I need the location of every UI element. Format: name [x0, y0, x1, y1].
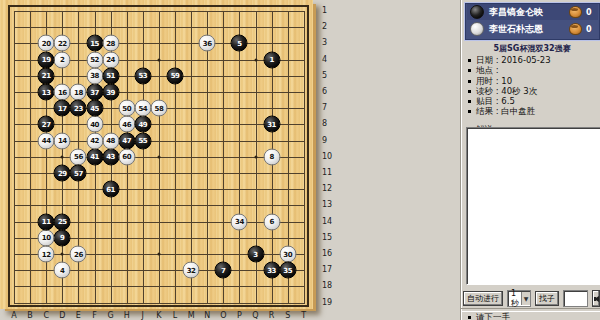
- stone-black-1: 1: [263, 51, 280, 68]
- stone-black-27: 27: [38, 116, 55, 133]
- star-point: [254, 58, 257, 61]
- stone-black-31: 31: [263, 116, 280, 133]
- black-bowl-icon: [569, 6, 582, 18]
- row-label: 13: [322, 201, 332, 209]
- stone-white-48: 48: [102, 132, 119, 149]
- row-label: 10: [322, 153, 332, 161]
- speed-select[interactable]: 1秒 ▼: [507, 290, 531, 307]
- row-label: 5: [322, 72, 327, 80]
- stone-black-55: 55: [134, 132, 151, 149]
- stone-black-3: 3: [247, 246, 264, 263]
- stone-white-38: 38: [86, 67, 103, 84]
- grid-line-h: [14, 189, 305, 190]
- stone-white-50: 50: [118, 100, 135, 117]
- stone-white-22: 22: [54, 35, 71, 52]
- status-bullet: [468, 316, 471, 319]
- stone-black-59: 59: [167, 67, 184, 84]
- stone-black-43: 43: [102, 148, 119, 165]
- white-stone-icon: [470, 22, 484, 36]
- column-label: F: [92, 312, 97, 320]
- info-row-地点: 地点 :: [466, 65, 600, 75]
- stone-white-14: 14: [54, 132, 71, 149]
- column-label: B: [27, 312, 33, 320]
- stone-white-16: 16: [54, 84, 71, 101]
- stone-black-61: 61: [102, 181, 119, 198]
- stone-black-7: 7: [215, 262, 232, 279]
- auto-play-button[interactable]: 自动进行: [463, 291, 503, 306]
- column-label: L: [173, 312, 177, 320]
- star-point: [254, 155, 257, 158]
- info-row-读秒: 读秒 : 40秒 3次: [466, 86, 600, 96]
- stone-black-17: 17: [54, 100, 71, 117]
- event-title: 5届SG杯混双32强赛: [464, 43, 600, 54]
- white-player-name: 李世石朴志恩: [489, 23, 569, 36]
- stone-black-21: 21: [38, 67, 55, 84]
- stone-white-8: 8: [263, 148, 280, 165]
- stone-black-9: 9: [54, 229, 71, 246]
- speed-value: 1秒: [511, 289, 521, 309]
- row-label: 16: [322, 250, 332, 258]
- black-stone-icon: [470, 5, 484, 19]
- info-row-日期: 日期 : 2016-05-23: [466, 55, 600, 65]
- grid-line-v: [207, 11, 208, 304]
- game-info-list: 日期 : 2016-05-23地点 : 用时 : 10读秒 : 40秒 3次贴目…: [466, 55, 600, 134]
- row-label: 1: [322, 7, 327, 15]
- stone-black-53: 53: [134, 67, 151, 84]
- stone-white-12: 12: [38, 246, 55, 263]
- white-bowl-icon: [569, 23, 582, 35]
- stone-black-25: 25: [54, 213, 71, 230]
- stone-white-40: 40: [86, 116, 103, 133]
- stone-black-19: 19: [38, 51, 55, 68]
- grid-line-v: [304, 11, 305, 304]
- status-text: 请下一手: [476, 312, 510, 320]
- sound-button[interactable]: [592, 290, 600, 307]
- stone-white-54: 54: [134, 100, 151, 117]
- grid-line-v: [191, 11, 192, 304]
- player-row-white: 李世石朴志恩 0: [467, 21, 598, 37]
- stone-black-11: 11: [38, 213, 55, 230]
- players-header: 李昌镐金仑映 0 李世石朴志恩 0: [464, 2, 600, 41]
- stone-white-44: 44: [38, 132, 55, 149]
- stone-white-52: 52: [86, 51, 103, 68]
- column-label: E: [76, 312, 81, 320]
- commentary-box[interactable]: [466, 127, 600, 285]
- panel-divider-highlight: [461, 0, 462, 320]
- find-stone-button[interactable]: 找子: [535, 291, 559, 306]
- chevron-down-icon[interactable]: ▼: [521, 292, 530, 305]
- star-point: [157, 58, 160, 61]
- row-label: 2: [322, 23, 327, 31]
- star-point: [157, 253, 160, 256]
- star-point: [61, 253, 64, 256]
- stone-black-33: 33: [263, 262, 280, 279]
- column-label: T: [301, 312, 306, 320]
- grid-line-h: [14, 303, 305, 304]
- column-label: A: [11, 312, 16, 320]
- row-label: 6: [322, 88, 327, 96]
- column-label: S: [285, 312, 290, 320]
- stone-white-10: 10: [38, 229, 55, 246]
- stone-white-2: 2: [54, 51, 71, 68]
- stone-black-51: 51: [102, 67, 119, 84]
- star-point: [61, 155, 64, 158]
- status-line: 请下一手: [466, 312, 600, 320]
- stone-black-45: 45: [86, 100, 103, 117]
- stone-white-56: 56: [70, 148, 87, 165]
- stone-white-28: 28: [102, 35, 119, 52]
- stone-white-36: 36: [199, 35, 216, 52]
- stone-white-32: 32: [183, 262, 200, 279]
- row-label: 11: [322, 169, 332, 177]
- speaker-icon: [594, 296, 599, 302]
- row-label: 19: [322, 299, 332, 307]
- column-label: H: [124, 312, 130, 320]
- stone-white-60: 60: [118, 148, 135, 165]
- grid-line-h: [14, 286, 305, 287]
- row-label: 14: [322, 218, 332, 226]
- grid-line-h: [14, 205, 305, 206]
- grid-line-v: [175, 11, 176, 304]
- column-label: C: [43, 312, 49, 320]
- stone-black-5: 5: [231, 35, 248, 52]
- info-bullet: [468, 59, 471, 62]
- stone-black-13: 13: [38, 84, 55, 101]
- star-point: [157, 155, 160, 158]
- grid-line-v: [223, 11, 224, 304]
- info-bullet: [468, 69, 471, 72]
- row-label: 9: [322, 137, 327, 145]
- row-label: 18: [322, 282, 332, 290]
- row-label: 15: [322, 234, 332, 242]
- stone-white-30: 30: [279, 246, 296, 263]
- stone-white-4: 4: [54, 262, 71, 279]
- black-player-name: 李昌镐金仑映: [489, 6, 569, 19]
- info-bullet: [468, 80, 471, 83]
- stone-black-29: 29: [54, 165, 71, 182]
- stone-white-42: 42: [86, 132, 103, 149]
- stone-black-37: 37: [86, 84, 103, 101]
- stone-black-41: 41: [86, 148, 103, 165]
- stone-black-47: 47: [118, 132, 135, 149]
- info-row-结果: 结果 : 白中盘胜: [466, 106, 600, 116]
- info-bullet: [468, 100, 471, 103]
- column-label: J: [142, 312, 144, 320]
- playback-controls: 自动进行 1秒 ▼ 找子: [463, 290, 600, 307]
- row-label: 12: [322, 185, 332, 193]
- stone-white-26: 26: [70, 246, 87, 263]
- row-label: 3: [322, 39, 327, 47]
- column-label: O: [220, 312, 226, 320]
- column-label: N: [204, 312, 210, 320]
- stone-white-6: 6: [263, 213, 280, 230]
- stone-black-35: 35: [279, 262, 296, 279]
- info-bullet: [468, 110, 471, 113]
- column-label: D: [59, 312, 65, 320]
- go-board[interactable]: 1234567891011121314151617181920212223242…: [0, 0, 313, 309]
- row-label: 4: [322, 56, 327, 64]
- row-label: 17: [322, 266, 332, 274]
- go-game-viewer: 1234567891011121314151617181920212223242…: [0, 0, 600, 320]
- stone-black-39: 39: [102, 84, 119, 101]
- stone-white-18: 18: [70, 84, 87, 101]
- info-bullet: [468, 90, 471, 93]
- stone-white-58: 58: [150, 100, 167, 117]
- player-row-black: 李昌镐金仑映 0: [467, 4, 598, 20]
- info-row-贴目: 贴目 : 6.5: [466, 96, 600, 106]
- column-label: K: [156, 312, 161, 320]
- column-label: Q: [252, 312, 258, 320]
- stone-white-24: 24: [102, 51, 119, 68]
- column-label: G: [107, 312, 113, 320]
- column-label: P: [237, 312, 242, 320]
- move-number-input[interactable]: [563, 290, 588, 307]
- stone-black-23: 23: [70, 100, 87, 117]
- info-row-用时: 用时 : 10: [466, 76, 600, 86]
- row-label: 7: [322, 104, 327, 112]
- black-captures-count: 0: [586, 8, 598, 17]
- stone-black-57: 57: [70, 165, 87, 182]
- stone-black-49: 49: [134, 116, 151, 133]
- stone-white-34: 34: [231, 213, 248, 230]
- grid-line-v: [239, 11, 240, 304]
- stone-white-20: 20: [38, 35, 55, 52]
- column-label: R: [269, 312, 275, 320]
- column-label: M: [188, 312, 195, 320]
- stone-black-15: 15: [86, 35, 103, 52]
- row-label: 8: [322, 120, 327, 128]
- stone-white-46: 46: [118, 116, 135, 133]
- white-captures-count: 0: [586, 25, 598, 34]
